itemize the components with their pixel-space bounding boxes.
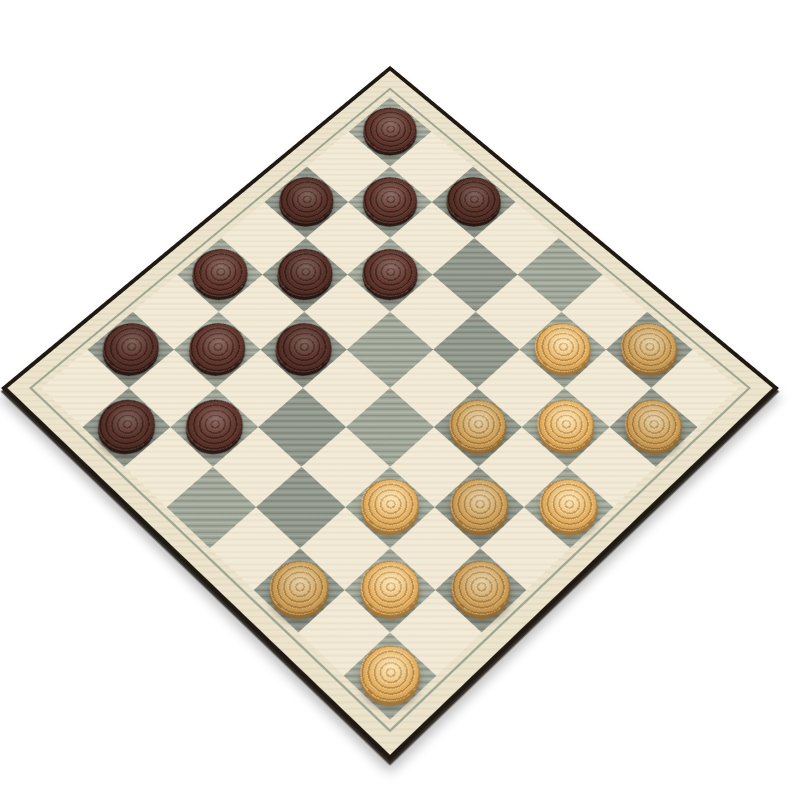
photo-background — [0, 0, 800, 800]
checkers-board — [1, 66, 779, 761]
board-grid — [42, 97, 739, 719]
board-border-frame — [29, 88, 751, 733]
